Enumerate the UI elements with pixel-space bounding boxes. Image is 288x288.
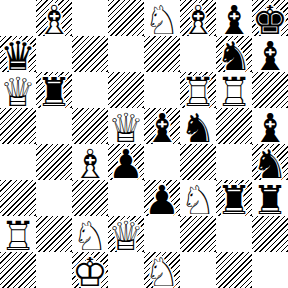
piece-fill-glyph: ♛ <box>108 110 144 146</box>
square-h4[interactable]: ♞♞ <box>252 144 288 180</box>
piece-glyph: ♚ <box>252 2 288 38</box>
square-c1[interactable]: ♚♔ <box>72 252 108 288</box>
piece-fill-glyph: ♝ <box>252 38 288 74</box>
piece-glyph: ♝ <box>216 2 252 38</box>
square-d3[interactable] <box>108 180 144 216</box>
piece-glyph: ♝ <box>144 110 180 146</box>
square-g5[interactable] <box>216 108 252 144</box>
piece-fill-glyph: ♚ <box>252 2 288 38</box>
square-e5[interactable]: ♝♝ <box>144 108 180 144</box>
piece-glyph: ♘ <box>180 182 216 218</box>
square-c2[interactable]: ♞♘ <box>72 216 108 252</box>
piece-glyph: ♕ <box>108 110 144 146</box>
piece-fill-glyph: ♚ <box>72 254 108 288</box>
piece-glyph: ♞ <box>216 38 252 74</box>
square-c4[interactable]: ♝♗ <box>72 144 108 180</box>
white-knight-piece[interactable]: ♞♘ <box>144 0 180 36</box>
piece-fill-glyph: ♛ <box>108 218 144 254</box>
square-f4[interactable] <box>180 144 216 180</box>
black-knight-piece[interactable]: ♞♞ <box>216 36 252 72</box>
black-knight-piece[interactable]: ♞♞ <box>180 108 216 144</box>
square-d5[interactable]: ♛♕ <box>108 108 144 144</box>
piece-glyph: ♜ <box>252 182 288 218</box>
white-knight-piece[interactable]: ♞♘ <box>72 216 108 252</box>
square-h8[interactable]: ♚♚ <box>252 0 288 36</box>
piece-glyph: ♗ <box>180 2 216 38</box>
square-g8[interactable]: ♝♝ <box>216 0 252 36</box>
piece-fill-glyph: ♝ <box>252 110 288 146</box>
square-a7[interactable]: ♛♛ <box>0 36 36 72</box>
piece-glyph: ♜ <box>36 74 72 110</box>
square-h5[interactable]: ♝♝ <box>252 108 288 144</box>
black-knight-piece[interactable]: ♞♞ <box>252 144 288 180</box>
square-h7[interactable]: ♝♝ <box>252 36 288 72</box>
black-rook-piece[interactable]: ♜♜ <box>216 180 252 216</box>
square-c7[interactable] <box>72 36 108 72</box>
piece-glyph: ♘ <box>144 2 180 38</box>
piece-glyph: ♖ <box>0 218 36 254</box>
black-bishop-piece[interactable]: ♝♝ <box>252 108 288 144</box>
chess-board: ♝♗♞♘♝♗♝♝♚♚♛♛♞♞♝♝♛♕♜♜♜♖♜♖♛♕♝♝♞♞♝♝♝♗♟♟♞♞♟♟… <box>0 0 288 288</box>
piece-fill-glyph: ♜ <box>252 182 288 218</box>
white-bishop-piece[interactable]: ♝♗ <box>72 144 108 180</box>
square-a6[interactable]: ♛♕ <box>0 72 36 108</box>
piece-fill-glyph: ♞ <box>144 254 180 288</box>
white-king-piece[interactable]: ♚♔ <box>72 252 108 288</box>
piece-fill-glyph: ♟ <box>108 146 144 182</box>
square-b3[interactable] <box>36 180 72 216</box>
square-a2[interactable]: ♜♖ <box>0 216 36 252</box>
square-g1[interactable] <box>216 252 252 288</box>
piece-glyph: ♞ <box>180 110 216 146</box>
piece-glyph: ♗ <box>72 146 108 182</box>
square-g3[interactable]: ♜♜ <box>216 180 252 216</box>
piece-fill-glyph: ♝ <box>180 2 216 38</box>
piece-glyph: ♞ <box>252 146 288 182</box>
white-queen-piece[interactable]: ♛♕ <box>108 216 144 252</box>
white-rook-piece[interactable]: ♜♖ <box>216 72 252 108</box>
white-queen-piece[interactable]: ♛♕ <box>0 72 36 108</box>
piece-glyph: ♕ <box>0 74 36 110</box>
piece-fill-glyph: ♜ <box>36 74 72 110</box>
white-rook-piece[interactable]: ♜♖ <box>0 216 36 252</box>
piece-fill-glyph: ♝ <box>216 2 252 38</box>
square-f7[interactable] <box>180 36 216 72</box>
square-a8[interactable] <box>0 0 36 36</box>
piece-fill-glyph: ♞ <box>144 2 180 38</box>
square-a4[interactable] <box>0 144 36 180</box>
piece-fill-glyph: ♝ <box>144 110 180 146</box>
piece-fill-glyph: ♜ <box>180 74 216 110</box>
square-d2[interactable]: ♛♕ <box>108 216 144 252</box>
square-c8[interactable] <box>72 0 108 36</box>
piece-fill-glyph: ♜ <box>0 218 36 254</box>
square-e8[interactable]: ♞♘ <box>144 0 180 36</box>
square-b6[interactable]: ♜♜ <box>36 72 72 108</box>
piece-glyph: ♔ <box>72 254 108 288</box>
square-f6[interactable]: ♜♖ <box>180 72 216 108</box>
piece-glyph: ♖ <box>180 74 216 110</box>
black-bishop-piece[interactable]: ♝♝ <box>252 36 288 72</box>
black-bishop-piece[interactable]: ♝♝ <box>216 0 252 36</box>
square-f2[interactable] <box>180 216 216 252</box>
square-e1[interactable]: ♞♘ <box>144 252 180 288</box>
piece-fill-glyph: ♟ <box>144 182 180 218</box>
white-knight-piece[interactable]: ♞♘ <box>180 180 216 216</box>
square-b4[interactable] <box>36 144 72 180</box>
white-bishop-piece[interactable]: ♝♗ <box>36 0 72 36</box>
piece-glyph: ♟ <box>144 182 180 218</box>
black-queen-piece[interactable]: ♛♛ <box>0 36 36 72</box>
piece-fill-glyph: ♜ <box>216 74 252 110</box>
piece-glyph: ♖ <box>216 74 252 110</box>
piece-glyph: ♝ <box>252 110 288 146</box>
piece-glyph: ♗ <box>36 2 72 38</box>
piece-glyph: ♝ <box>252 38 288 74</box>
square-e6[interactable] <box>144 72 180 108</box>
square-d4[interactable]: ♟♟ <box>108 144 144 180</box>
square-b8[interactable]: ♝♗ <box>36 0 72 36</box>
black-king-piece[interactable]: ♚♚ <box>252 0 288 36</box>
square-c6[interactable] <box>72 72 108 108</box>
black-pawn-piece[interactable]: ♟♟ <box>144 180 180 216</box>
square-g7[interactable]: ♞♞ <box>216 36 252 72</box>
black-rook-piece[interactable]: ♜♜ <box>252 180 288 216</box>
white-queen-piece[interactable]: ♛♕ <box>108 108 144 144</box>
square-b1[interactable] <box>36 252 72 288</box>
piece-glyph: ♘ <box>72 218 108 254</box>
square-a1[interactable] <box>0 252 36 288</box>
white-knight-piece[interactable]: ♞♘ <box>144 252 180 288</box>
square-c3[interactable] <box>72 180 108 216</box>
piece-glyph: ♜ <box>216 182 252 218</box>
piece-fill-glyph: ♝ <box>36 2 72 38</box>
square-h1[interactable] <box>252 252 288 288</box>
square-b2[interactable] <box>36 216 72 252</box>
piece-fill-glyph: ♜ <box>216 182 252 218</box>
piece-glyph: ♘ <box>144 254 180 288</box>
square-f8[interactable]: ♝♗ <box>180 0 216 36</box>
square-b7[interactable] <box>36 36 72 72</box>
piece-fill-glyph: ♝ <box>72 146 108 182</box>
square-d7[interactable] <box>108 36 144 72</box>
square-d1[interactable] <box>108 252 144 288</box>
square-e2[interactable] <box>144 216 180 252</box>
white-rook-piece[interactable]: ♜♖ <box>180 72 216 108</box>
piece-fill-glyph: ♞ <box>252 146 288 182</box>
piece-fill-glyph: ♞ <box>180 182 216 218</box>
square-g2[interactable] <box>216 216 252 252</box>
square-b5[interactable] <box>36 108 72 144</box>
piece-fill-glyph: ♛ <box>0 74 36 110</box>
square-f5[interactable]: ♞♞ <box>180 108 216 144</box>
black-pawn-piece[interactable]: ♟♟ <box>108 144 144 180</box>
square-a3[interactable] <box>0 180 36 216</box>
black-bishop-piece[interactable]: ♝♝ <box>144 108 180 144</box>
square-e7[interactable] <box>144 36 180 72</box>
piece-glyph: ♟ <box>108 146 144 182</box>
square-a5[interactable] <box>0 108 36 144</box>
square-f1[interactable] <box>180 252 216 288</box>
square-f3[interactable]: ♞♘ <box>180 180 216 216</box>
square-c5[interactable] <box>72 108 108 144</box>
square-h2[interactable] <box>252 216 288 252</box>
square-e3[interactable]: ♟♟ <box>144 180 180 216</box>
piece-glyph: ♕ <box>108 218 144 254</box>
square-h6[interactable] <box>252 72 288 108</box>
square-g6[interactable]: ♜♖ <box>216 72 252 108</box>
black-rook-piece[interactable]: ♜♜ <box>36 72 72 108</box>
piece-glyph: ♛ <box>0 38 36 74</box>
square-e4[interactable] <box>144 144 180 180</box>
square-d8[interactable] <box>108 0 144 36</box>
piece-fill-glyph: ♛ <box>0 38 36 74</box>
piece-fill-glyph: ♞ <box>72 218 108 254</box>
white-bishop-piece[interactable]: ♝♗ <box>180 0 216 36</box>
square-g4[interactable] <box>216 144 252 180</box>
piece-fill-glyph: ♞ <box>216 38 252 74</box>
square-d6[interactable] <box>108 72 144 108</box>
square-h3[interactable]: ♜♜ <box>252 180 288 216</box>
piece-fill-glyph: ♞ <box>180 110 216 146</box>
